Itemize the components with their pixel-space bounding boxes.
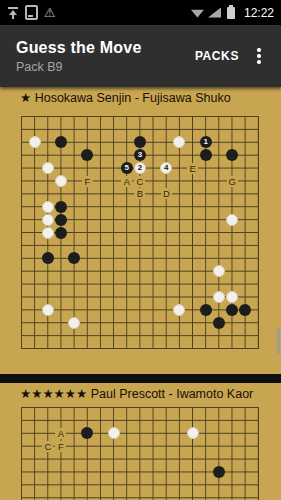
white-stone-move-2: 2	[134, 162, 146, 174]
white-stone	[173, 136, 185, 148]
black-stone-move-5: 5	[121, 162, 133, 174]
warning-status-icon: ⚠	[44, 6, 56, 19]
wifi-icon	[191, 8, 204, 18]
point-label-D: D	[161, 188, 172, 199]
pack-subtitle: Pack B9	[16, 60, 185, 74]
go-board-1: 13524EFACGBD	[0, 109, 281, 374]
black-stone-move-3: 3	[134, 149, 146, 161]
go-board-2: ACF	[0, 405, 281, 500]
white-stone	[68, 317, 80, 329]
battery-icon	[227, 7, 235, 19]
white-stone	[42, 227, 54, 239]
black-stone	[81, 427, 93, 439]
white-stone-move-4: 4	[160, 162, 172, 174]
status-bar: ⚠ 12:22	[0, 0, 281, 25]
black-stone	[68, 252, 80, 264]
point-label-C: C	[42, 441, 53, 452]
black-stone	[226, 304, 238, 316]
status-time: 12:22	[244, 6, 274, 20]
black-stone	[134, 136, 146, 148]
app-bar: Guess the Move Pack B9 PACKS	[0, 25, 281, 87]
point-label-A: A	[121, 176, 132, 187]
black-stone	[226, 149, 238, 161]
white-stone	[42, 304, 54, 316]
point-label-B: B	[134, 188, 145, 199]
problem-title-2: ★★★★★★ Paul Prescott - Iwamoto Kaor	[0, 383, 281, 405]
black-stone	[42, 252, 54, 264]
black-stone	[200, 304, 212, 316]
overflow-menu-button[interactable]	[249, 41, 269, 71]
white-stone	[42, 162, 54, 174]
black-stone	[55, 214, 67, 226]
app-title: Guess the Move	[16, 39, 185, 57]
white-stone	[187, 427, 199, 439]
point-label-F: F	[55, 441, 66, 452]
goban-grid-2: ACF	[21, 407, 259, 500]
point-label-C: C	[134, 176, 145, 187]
white-stone	[213, 265, 225, 277]
problem-card-2[interactable]: ★★★★★★ Paul Prescott - Iwamoto Kaor ACF	[0, 383, 281, 500]
black-stone-move-1: 1	[200, 136, 212, 148]
packs-button[interactable]: PACKS	[185, 41, 249, 71]
black-stone	[55, 227, 67, 239]
point-label-F: F	[82, 176, 93, 187]
white-stone	[226, 291, 238, 303]
problem-card-1[interactable]: ★ Hosokawa Senjin - Fujisawa Shuko 13524…	[0, 87, 281, 374]
white-stone	[42, 201, 54, 213]
black-stone	[200, 149, 212, 161]
white-stone	[29, 136, 41, 148]
point-label-A: A	[55, 428, 66, 439]
white-stone	[213, 291, 225, 303]
black-stone	[213, 317, 225, 329]
cellular-signal-icon	[208, 8, 221, 18]
problem-title-1: ★ Hosokawa Senjin - Fujisawa Shuko	[0, 87, 281, 109]
black-stone	[81, 149, 93, 161]
black-stone	[213, 466, 225, 478]
white-stone	[226, 214, 238, 226]
white-stone	[55, 175, 67, 187]
black-stone	[55, 136, 67, 148]
upload-status-icon	[7, 6, 19, 19]
point-label-E: E	[187, 163, 198, 174]
white-stone	[108, 427, 120, 439]
white-stone	[173, 304, 185, 316]
point-label-G: G	[227, 176, 238, 187]
white-stone	[42, 214, 54, 226]
black-stone	[55, 201, 67, 213]
screenshot-status-icon	[25, 5, 38, 20]
problem-list: ★ Hosokawa Senjin - Fujisawa Shuko 13524…	[0, 87, 281, 500]
black-stone	[239, 304, 251, 316]
goban-grid-1: 13524EFACGBD	[21, 116, 259, 349]
scrollbar-thumb[interactable]	[277, 328, 280, 354]
